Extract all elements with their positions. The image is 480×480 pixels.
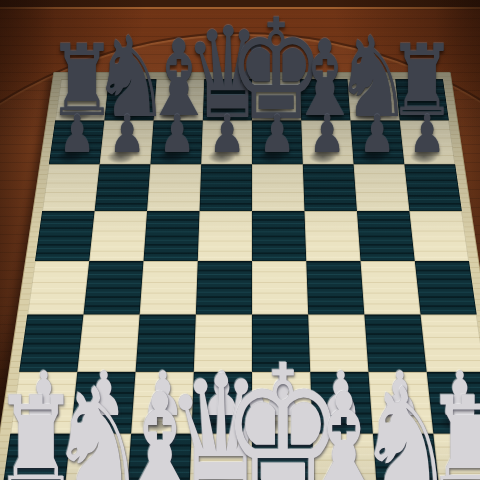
piece-black-pawn-d7[interactable]: ♟ bbox=[209, 109, 245, 161]
square-a4[interactable] bbox=[27, 261, 89, 314]
square-f5[interactable] bbox=[304, 211, 360, 261]
square-a6[interactable] bbox=[42, 164, 99, 211]
square-c4[interactable] bbox=[140, 261, 198, 314]
square-e6[interactable] bbox=[252, 164, 304, 211]
square-f4[interactable] bbox=[306, 261, 364, 314]
square-d4[interactable] bbox=[196, 261, 252, 314]
chess-app-window: ♜♞♝♛♚♝♞♜♟♟♟♟♟♟♟♟♟♟♟♟♟♟♟♟♜♞♝♛♚♝♞♜ bbox=[0, 0, 480, 480]
piece-black-pawn-a7[interactable]: ♟ bbox=[59, 109, 95, 161]
square-c5[interactable] bbox=[143, 211, 199, 261]
square-h6[interactable] bbox=[404, 164, 461, 211]
square-d5[interactable] bbox=[198, 211, 252, 261]
piece-black-pawn-c7[interactable]: ♟ bbox=[159, 109, 195, 161]
square-b5[interactable] bbox=[89, 211, 147, 261]
square-b6[interactable] bbox=[95, 164, 151, 211]
piece-black-pawn-f7[interactable]: ♟ bbox=[309, 109, 345, 161]
piece-black-pawn-e7[interactable]: ♟ bbox=[259, 109, 295, 161]
square-g5[interactable] bbox=[357, 211, 415, 261]
square-a5[interactable] bbox=[35, 211, 95, 261]
piece-black-pawn-h7[interactable]: ♟ bbox=[409, 109, 445, 161]
square-f6[interactable] bbox=[303, 164, 357, 211]
square-b4[interactable] bbox=[83, 261, 143, 314]
square-h4[interactable] bbox=[415, 261, 477, 314]
piece-black-pawn-g7[interactable]: ♟ bbox=[359, 109, 395, 161]
piece-white-rook-h1[interactable]: ♜ bbox=[424, 380, 480, 480]
square-g4[interactable] bbox=[361, 261, 421, 314]
square-d6[interactable] bbox=[200, 164, 252, 211]
square-e5[interactable] bbox=[252, 211, 306, 261]
piece-black-pawn-b7[interactable]: ♟ bbox=[109, 109, 145, 161]
square-c6[interactable] bbox=[147, 164, 201, 211]
square-e4[interactable] bbox=[252, 261, 308, 314]
square-g6[interactable] bbox=[354, 164, 410, 211]
square-h5[interactable] bbox=[409, 211, 469, 261]
